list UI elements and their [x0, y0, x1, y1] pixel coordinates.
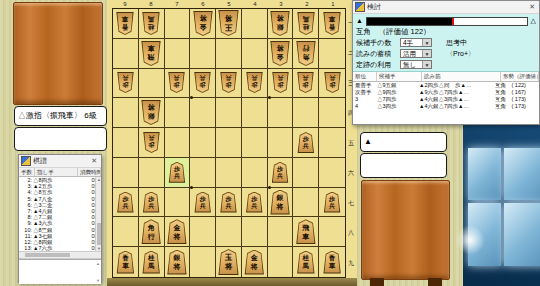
board-cell[interactable] — [165, 188, 191, 218]
shogi-board[interactable]: 香車桂馬金将王将銀将桂馬香車飛車金将角行歩兵歩兵歩兵歩兵歩兵歩兵歩兵歩兵銀将歩兵… — [112, 8, 346, 278]
shogi-piece-gote[interactable]: 歩兵 — [143, 132, 160, 153]
board-cell[interactable]: 桂馬 — [139, 247, 165, 277]
file-label: 3 — [268, 0, 294, 8]
file-labels: 987654321 — [112, 0, 346, 8]
file-label: 9 — [112, 0, 138, 8]
header-evaluation: 形勢（評価値） — [501, 72, 539, 81]
board-cell[interactable]: 歩兵 — [165, 158, 191, 188]
board-cell[interactable] — [268, 217, 294, 247]
board-cell[interactable]: 歩兵 — [293, 128, 319, 158]
analysis-row[interactable]: 最善手△9五銀▲2四歩△同 歩▲…互角 ( 122) — [353, 82, 539, 89]
board-cell[interactable]: 桂馬 — [293, 9, 319, 39]
analysis-cell: 互角 ( 122) — [495, 82, 539, 89]
dropdown-arrow-icon[interactable]: ▼ — [422, 61, 431, 68]
candidates-label: 候補手の数 — [356, 38, 400, 48]
shogi-piece-sente[interactable]: 歩兵 — [272, 162, 289, 183]
eval-bar-black-fill — [367, 18, 452, 25]
board-cell[interactable] — [319, 217, 345, 247]
board-cell[interactable] — [319, 98, 345, 128]
shogi-piece-gote[interactable]: 歩兵 — [246, 72, 263, 93]
analysis-cell: 最善手 — [353, 82, 377, 89]
analysis-cell: 互角 ( 167) — [495, 89, 539, 96]
board-cell[interactable]: 歩兵 — [113, 188, 139, 218]
board-cell[interactable]: 歩兵 — [190, 69, 216, 99]
board-cell[interactable] — [242, 128, 268, 158]
shogi-piece-gote[interactable]: 歩兵 — [194, 72, 211, 93]
analysis-cell: △7四歩 — [377, 96, 419, 103]
shogi-piece-gote[interactable]: 王将 — [218, 10, 239, 36]
board-cell[interactable] — [242, 9, 268, 39]
board-cell[interactable] — [190, 217, 216, 247]
board-cell[interactable]: 金将 — [268, 39, 294, 69]
rank-label: 五 — [347, 128, 355, 158]
shogi-piece-gote[interactable]: 銀将 — [141, 100, 161, 125]
wallpaper-glow — [455, 225, 485, 255]
star-point — [268, 186, 271, 189]
board-cell[interactable] — [216, 39, 242, 69]
joseki-label: 定跡の利用 — [356, 60, 400, 70]
analysis-row[interactable]: 3△7四歩▲4六銀△3四歩▲…互角 ( 173) — [353, 96, 539, 103]
board-cell[interactable] — [216, 128, 242, 158]
board-cell[interactable] — [293, 158, 319, 188]
gote-mark: △ — [531, 16, 536, 26]
file-label: 8 — [138, 0, 164, 8]
shogi-piece-gote[interactable]: 歩兵 — [168, 72, 185, 93]
joseki-select[interactable]: 無し ▼ — [400, 60, 432, 69]
board-cell[interactable]: 飛車 — [293, 217, 319, 247]
star-point — [190, 186, 193, 189]
board-cell[interactable]: 香車 — [113, 9, 139, 39]
file-label: 4 — [242, 0, 268, 8]
gote-player-name: △激指〈振飛車〉 6級 — [18, 112, 97, 120]
shogi-piece-gote[interactable]: 香車 — [116, 12, 134, 35]
shogi-piece-sente[interactable]: 角行 — [141, 219, 161, 244]
board-cell[interactable] — [139, 69, 165, 99]
board-cell[interactable]: 飛車 — [139, 39, 165, 69]
sente-player-name: ▲ — [364, 138, 372, 146]
shogi-piece-sente[interactable]: 歩兵 — [168, 162, 185, 183]
file-label: 5 — [216, 0, 242, 8]
file-label: 7 — [164, 0, 190, 8]
board-cell[interactable]: 玉将 — [216, 247, 242, 277]
thinking-status: 思考中 — [446, 38, 467, 48]
shogi-piece-sente[interactable]: 玉将 — [218, 249, 239, 275]
kifu-move-row[interactable]: 13:▲7六歩0秒 — [19, 245, 101, 251]
board-cell[interactable]: 歩兵 — [319, 69, 345, 99]
board-cell[interactable]: 銀将 — [268, 188, 294, 218]
board-cell[interactable]: 歩兵 — [139, 128, 165, 158]
accumulate-label: 読みの蓄積 — [356, 49, 400, 59]
shogi-piece-gote[interactable]: 歩兵 — [297, 72, 314, 93]
board-cell[interactable] — [242, 158, 268, 188]
shogi-piece-sente[interactable]: 歩兵 — [143, 192, 160, 213]
sente-piece-stand — [361, 180, 450, 280]
analysis-cell: 互角 ( 173) — [495, 96, 539, 103]
board-cell[interactable] — [113, 158, 139, 188]
analysis-cell: 次善手 — [353, 89, 377, 96]
analysis-cell: 互角 ( 173) — [495, 103, 539, 110]
board-edge — [107, 278, 357, 286]
board-cell[interactable]: 歩兵 — [139, 188, 165, 218]
kifu-cell: 13: — [19, 245, 33, 251]
shogi-piece-gote[interactable]: 角行 — [296, 41, 316, 66]
analysis-cell: ▲2四歩△同 歩▲… — [419, 82, 495, 89]
board-cell[interactable]: 香車 — [113, 247, 139, 277]
board-cell[interactable]: 歩兵 — [216, 188, 242, 218]
board-cell[interactable] — [293, 188, 319, 218]
analysis-close-button[interactable]: ✕ — [527, 3, 537, 11]
board-cell[interactable]: 桂馬 — [293, 247, 319, 277]
header-rank: 順位 — [353, 72, 377, 81]
windows-logo-pane — [468, 148, 501, 200]
comment-scroll-up[interactable]: ▲ — [95, 261, 101, 266]
board-cell[interactable] — [319, 128, 345, 158]
windows-logo-pane — [504, 203, 540, 266]
shogi-piece-sente[interactable]: 金将 — [167, 219, 187, 244]
board-cell[interactable]: 香車 — [319, 9, 345, 39]
shogi-piece-gote[interactable]: 飛車 — [141, 41, 161, 66]
shogi-piece-sente[interactable]: 飛車 — [296, 219, 316, 244]
stand-leg — [428, 278, 442, 286]
shogi-piece-sente[interactable]: 銀将 — [270, 190, 290, 215]
kifu-header-moveno: 手数 — [19, 168, 35, 176]
rank-label: 六 — [347, 158, 355, 188]
analysis-cell: ▲4六銀△7四歩▲… — [419, 103, 495, 110]
analysis-row[interactable]: 次善手△9四歩▲9六歩△7四歩▲…互角 ( 167) — [353, 89, 539, 96]
analysis-window-icon — [355, 2, 365, 12]
kifu-scroll-thumb[interactable] — [97, 223, 101, 245]
shogi-piece-sente[interactable]: 銀将 — [167, 250, 187, 275]
shogi-piece-sente[interactable]: 香車 — [116, 251, 134, 274]
file-label: 6 — [190, 0, 216, 8]
board-cell[interactable] — [165, 39, 191, 69]
accumulate-value: 活用 — [401, 49, 422, 58]
analysis-cell: 4 — [353, 103, 377, 110]
board-cell[interactable]: 歩兵 — [242, 69, 268, 99]
board-cell[interactable]: 歩兵 — [293, 69, 319, 99]
eval-text: 互角 （評価値 122） — [356, 26, 536, 37]
star-point — [268, 96, 271, 99]
comment-scroll-down[interactable]: ▼ — [95, 278, 101, 283]
shogi-piece-gote[interactable]: 歩兵 — [117, 72, 134, 93]
sente-captured-box — [360, 153, 447, 178]
joseki-control-row: 定跡の利用 無し ▼ — [356, 59, 536, 70]
analysis-row[interactable]: 4△3四歩▲4六銀△7四歩▲…互角 ( 173) — [353, 103, 539, 110]
board-cell[interactable]: 角行 — [139, 217, 165, 247]
board-cell[interactable]: 銀将 — [139, 98, 165, 128]
shogi-piece-sente[interactable]: 桂馬 — [297, 251, 315, 274]
board-cell[interactable] — [165, 128, 191, 158]
board-cell[interactable] — [139, 158, 165, 188]
eval-bar-row: ▲ △ — [356, 16, 536, 26]
shogi-piece-sente[interactable]: 桂馬 — [142, 251, 160, 274]
board-cell[interactable]: 角行 — [293, 39, 319, 69]
board-cell[interactable]: 銀将 — [165, 247, 191, 277]
kifu-window-icon — [21, 156, 31, 166]
shogi-piece-gote[interactable]: 桂馬 — [142, 12, 160, 35]
board-cell[interactable] — [113, 217, 139, 247]
analysis-window-title: 検討 — [367, 2, 381, 12]
board-cell[interactable]: 銀将 — [268, 9, 294, 39]
scroll-up-arrow[interactable]: ▲ — [96, 177, 101, 182]
board-cell[interactable] — [190, 39, 216, 69]
analysis-cell: △3四歩 — [377, 103, 419, 110]
gote-captured-box — [14, 127, 107, 151]
candidate-moves-table: 順位 候補手 読み筋 形勢（評価値） 最善手△9五銀▲2四歩△同 歩▲…互角 (… — [353, 72, 539, 110]
candidates-table-header: 順位 候補手 読み筋 形勢（評価値） — [353, 72, 539, 82]
scroll-down-arrow[interactable]: ▼ — [96, 246, 101, 251]
shogi-piece-sente[interactable]: 歩兵 — [324, 192, 341, 213]
windows-logo-pane — [504, 148, 540, 200]
header-candidate: 候補手 — [377, 72, 422, 81]
board-cell[interactable] — [293, 98, 319, 128]
shogi-piece-gote[interactable]: 歩兵 — [220, 72, 237, 93]
shogi-piece-gote[interactable]: 桂馬 — [297, 12, 315, 35]
board-cell[interactable] — [319, 158, 345, 188]
board-cell[interactable]: 歩兵 — [190, 188, 216, 218]
kifu-vertical-scrollbar[interactable]: ▲ ▼ — [95, 177, 101, 251]
candidates-select[interactable]: 4手 ▼ — [400, 38, 432, 47]
board-cell[interactable]: 桂馬 — [139, 9, 165, 39]
eval-bar-red-tick — [452, 18, 454, 25]
analysis-cell: △9五銀 — [377, 82, 419, 89]
candidates-value: 4手 — [401, 38, 422, 47]
board-cell[interactable]: 歩兵 — [242, 188, 268, 218]
shogi-piece-gote[interactable]: 銀将 — [270, 11, 290, 36]
analysis-cell: ▲4六銀△3四歩▲… — [419, 96, 495, 103]
board-cell[interactable] — [242, 217, 268, 247]
candidates-control-row: 候補手の数 4手 ▼ 思考中 — [356, 37, 536, 48]
kifu-titlebar[interactable]: 棋譜 ✕ — [19, 155, 101, 168]
joseki-value: 無し — [401, 60, 422, 69]
shogi-piece-sente[interactable]: 歩兵 — [220, 192, 237, 213]
candidate-rows: 最善手△9五銀▲2四歩△同 歩▲…互角 ( 122)次善手△9四歩▲9六歩△7四… — [353, 82, 539, 110]
board-cell[interactable]: 金将 — [190, 9, 216, 39]
shogi-piece-gote[interactable]: 歩兵 — [272, 72, 289, 93]
shogi-piece-gote[interactable]: 金将 — [270, 41, 290, 66]
kifu-rows: 2:△8四歩0秒3:▲2五歩0秒4:△8五歩0秒5:▲7八金0秒6:△3二金0秒… — [19, 177, 101, 251]
engine-mode-status: 〈Pro+〉 — [446, 49, 475, 59]
shogi-piece-sente[interactable]: 歩兵 — [194, 192, 211, 213]
board-cell[interactable]: 歩兵 — [165, 69, 191, 99]
dropdown-arrow-icon[interactable]: ▼ — [422, 50, 431, 57]
sente-mark: ▲ — [356, 16, 363, 26]
file-label: 1 — [320, 0, 346, 8]
kifu-close-button[interactable]: ✕ — [89, 157, 99, 165]
rank-label: 九 — [347, 248, 355, 278]
rank-label: 七 — [347, 188, 355, 218]
kifu-window-title: 棋譜 — [33, 156, 47, 166]
shogi-piece-gote[interactable]: 歩兵 — [324, 72, 341, 93]
kifu-move-list[interactable]: 2:△8四歩0秒3:▲2五歩0秒4:△8五歩0秒5:▲7八金0秒6:△3二金0秒… — [19, 177, 101, 252]
board-cell[interactable]: 歩兵 — [319, 188, 345, 218]
header-pv: 読み筋 — [422, 72, 501, 81]
star-point — [190, 96, 193, 99]
shogi-piece-gote[interactable]: 金将 — [193, 11, 213, 36]
shogi-piece-sente[interactable]: 歩兵 — [117, 192, 134, 213]
board-cell[interactable]: 王将 — [216, 9, 242, 39]
rank-label: 八 — [347, 218, 355, 248]
board-cell[interactable] — [113, 39, 139, 69]
sente-player-label: ▲ — [360, 132, 447, 152]
kifu-horizontal-scrollbar[interactable] — [19, 252, 101, 259]
kifu-cell: ▲7六歩 — [33, 245, 75, 251]
shogi-piece-sente[interactable]: 金将 — [244, 250, 264, 275]
board-cell[interactable] — [190, 158, 216, 188]
board-cell[interactable]: 歩兵 — [216, 69, 242, 99]
analysis-window: 検討 ✕ ▲ △ 互角 （評価値 122） 候補手の数 4手 ▼ 思考中 — [352, 0, 540, 125]
board-cell[interactable] — [113, 128, 139, 158]
analysis-cell: 3 — [353, 96, 377, 103]
accumulate-control-row: 読みの蓄積 活用 ▼ 〈Pro+〉 — [356, 48, 536, 59]
board-cell[interactable] — [242, 98, 268, 128]
board-cell[interactable]: 歩兵 — [268, 69, 294, 99]
kifu-comment-box[interactable]: ▲ ▼ — [19, 259, 101, 284]
board-cell[interactable]: 金将 — [242, 247, 268, 277]
kifu-hscroll-thumb[interactable] — [25, 253, 70, 257]
shogi-piece-sente[interactable]: 歩兵 — [246, 192, 263, 213]
board-cell[interactable]: 歩兵 — [268, 158, 294, 188]
accumulate-select[interactable]: 活用 ▼ — [400, 49, 432, 58]
board-cell[interactable] — [190, 98, 216, 128]
board-cell[interactable]: 歩兵 — [113, 69, 139, 99]
board-cell[interactable] — [319, 39, 345, 69]
kifu-window: 棋譜 ✕ 手数 指し手 消費時間 2:△8四歩0秒3:▲2五歩0秒4:△8五歩0… — [18, 154, 102, 283]
board-cell[interactable] — [268, 247, 294, 277]
board-cell[interactable] — [242, 39, 268, 69]
gote-piece-stand — [13, 2, 103, 105]
app-window: 987654321 一二三四五六七八九 香車桂馬金将王将銀将桂馬香車飛車金将角行… — [0, 0, 540, 286]
gote-player-label: △激指〈振飛車〉 6級 — [14, 106, 107, 126]
shogi-piece-sente[interactable]: 歩兵 — [297, 132, 314, 153]
board-cell[interactable] — [190, 247, 216, 277]
kifu-header-time: 消費時間 — [78, 168, 101, 176]
board-cell[interactable] — [190, 128, 216, 158]
board-cell[interactable] — [113, 98, 139, 128]
board-cell[interactable] — [268, 98, 294, 128]
kifu-header-move: 指し手 — [35, 168, 78, 176]
analysis-cell: ▲9六歩△7四歩▲… — [419, 89, 495, 96]
shogi-piece-sente[interactable]: 香車 — [323, 251, 341, 274]
board-cell[interactable] — [165, 98, 191, 128]
board-cell[interactable] — [268, 128, 294, 158]
kifu-table-header: 手数 指し手 消費時間 — [19, 168, 101, 177]
eval-bar — [366, 17, 528, 26]
analysis-titlebar[interactable]: 検討 ✕ — [353, 1, 539, 14]
stand-leg — [370, 278, 384, 286]
board-cell[interactable]: 香車 — [319, 247, 345, 277]
analysis-settings-panel: ▲ △ 互角 （評価値 122） 候補手の数 4手 ▼ 思考中 読みの蓄積 — [353, 14, 539, 72]
file-label: 2 — [294, 0, 320, 8]
board-cell[interactable]: 金将 — [165, 217, 191, 247]
shogi-piece-gote[interactable]: 香車 — [323, 12, 341, 35]
dropdown-arrow-icon[interactable]: ▼ — [422, 39, 431, 46]
board-cell[interactable] — [216, 158, 242, 188]
analysis-cell: △9四歩 — [377, 89, 419, 96]
board-cell[interactable] — [216, 217, 242, 247]
board-cell[interactable] — [165, 9, 191, 39]
board-cell[interactable] — [216, 98, 242, 128]
